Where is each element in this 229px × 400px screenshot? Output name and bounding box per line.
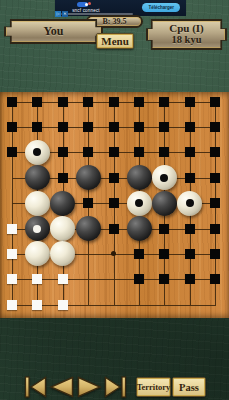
player-plaque-cpu: Cpu (I) 18 kyu bbox=[146, 19, 227, 50]
dead-white-stone[interactable] bbox=[152, 165, 177, 190]
black-territory-marker bbox=[134, 147, 144, 157]
white-territory-marker bbox=[32, 274, 42, 284]
black-territory-marker bbox=[185, 249, 195, 259]
dead-stone-marker-dot bbox=[135, 199, 143, 207]
black-territory-marker bbox=[210, 173, 220, 183]
dead-white-stone[interactable] bbox=[25, 140, 50, 165]
black-territory-marker bbox=[210, 97, 220, 107]
black-territory-marker bbox=[109, 147, 119, 157]
white-stone[interactable] bbox=[50, 241, 75, 266]
nav-last-button[interactable] bbox=[104, 376, 127, 400]
dead-stone-marker-dot bbox=[186, 199, 194, 207]
black-territory-marker bbox=[185, 173, 195, 183]
dead-stone-marker-dot bbox=[160, 174, 168, 182]
player-cpu-rank: 18 kyu bbox=[146, 34, 227, 45]
black-territory-marker bbox=[185, 224, 195, 234]
black-territory-marker bbox=[83, 97, 93, 107]
black-territory-marker bbox=[32, 122, 42, 132]
white-territory-marker bbox=[32, 300, 42, 310]
black-territory-marker bbox=[185, 122, 195, 132]
black-territory-marker bbox=[185, 97, 195, 107]
pass-button[interactable]: Pass bbox=[172, 377, 206, 397]
menu-button[interactable]: Menu bbox=[96, 33, 134, 49]
white-stone[interactable] bbox=[25, 241, 50, 266]
hoshi-point bbox=[111, 251, 116, 256]
go-board[interactable] bbox=[0, 92, 229, 318]
app-screen: sncf connect Télécharger ▷ ✕ B: 39.5 You… bbox=[0, 0, 229, 400]
dead-stone-marker-dot bbox=[33, 148, 41, 156]
black-territory-marker bbox=[83, 198, 93, 208]
black-territory-marker bbox=[58, 122, 68, 132]
ad-logo-dot-red bbox=[88, 2, 91, 5]
black-territory-marker bbox=[159, 224, 169, 234]
black-territory-marker bbox=[32, 97, 42, 107]
black-territory-marker bbox=[58, 147, 68, 157]
move-nav bbox=[24, 376, 127, 400]
black-stone[interactable] bbox=[152, 191, 177, 216]
white-stone[interactable] bbox=[50, 216, 75, 241]
black-territory-marker bbox=[210, 198, 220, 208]
player-cpu-label: Cpu (I) bbox=[146, 22, 227, 34]
black-territory-marker bbox=[83, 122, 93, 132]
white-territory-marker bbox=[7, 274, 17, 284]
territory-button[interactable]: Territory bbox=[136, 377, 171, 397]
white-territory-marker bbox=[7, 249, 17, 259]
black-territory-marker bbox=[7, 147, 17, 157]
next-move-icon bbox=[76, 376, 103, 398]
dead-stone-marker-dot bbox=[33, 225, 41, 233]
black-stone[interactable] bbox=[50, 191, 75, 216]
first-move-icon bbox=[24, 376, 47, 398]
white-territory-marker bbox=[58, 300, 68, 310]
black-territory-marker bbox=[7, 97, 17, 107]
black-territory-marker bbox=[210, 122, 220, 132]
black-territory-marker bbox=[109, 97, 119, 107]
black-stone[interactable] bbox=[127, 165, 152, 190]
white-territory-marker bbox=[7, 300, 17, 310]
black-territory-marker bbox=[159, 249, 169, 259]
dead-black-stone[interactable] bbox=[25, 216, 50, 241]
black-territory-marker bbox=[134, 249, 144, 259]
player-plaque-you: You bbox=[4, 19, 103, 44]
black-stone[interactable] bbox=[127, 216, 152, 241]
player-you-label: You bbox=[4, 24, 103, 39]
black-territory-marker bbox=[134, 274, 144, 284]
black-territory-marker bbox=[109, 198, 119, 208]
black-territory-marker bbox=[185, 274, 195, 284]
black-territory-marker bbox=[159, 274, 169, 284]
white-stone[interactable] bbox=[25, 191, 50, 216]
ad-banner[interactable]: sncf connect Télécharger bbox=[55, 0, 186, 16]
ad-download-button[interactable]: Télécharger bbox=[142, 3, 180, 12]
black-territory-marker bbox=[58, 97, 68, 107]
black-territory-marker bbox=[58, 173, 68, 183]
black-stone[interactable] bbox=[25, 165, 50, 190]
white-territory-marker bbox=[58, 274, 68, 284]
black-territory-marker bbox=[210, 224, 220, 234]
nav-first-button[interactable] bbox=[24, 376, 47, 400]
black-territory-marker bbox=[185, 147, 195, 157]
black-territory-marker bbox=[210, 147, 220, 157]
black-territory-marker bbox=[210, 274, 220, 284]
black-territory-marker bbox=[134, 122, 144, 132]
nav-previous-button[interactable] bbox=[48, 376, 75, 400]
black-territory-marker bbox=[7, 122, 17, 132]
nav-next-button[interactable] bbox=[76, 376, 103, 400]
black-stone[interactable] bbox=[76, 165, 101, 190]
ad-close-icon[interactable]: ✕ bbox=[62, 11, 68, 17]
black-territory-marker bbox=[159, 97, 169, 107]
black-stone[interactable] bbox=[76, 216, 101, 241]
black-territory-marker bbox=[159, 122, 169, 132]
black-territory-marker bbox=[109, 224, 119, 234]
black-territory-marker bbox=[109, 122, 119, 132]
black-territory-marker bbox=[109, 173, 119, 183]
previous-move-icon bbox=[48, 376, 75, 398]
white-territory-marker bbox=[7, 224, 17, 234]
black-territory-marker bbox=[83, 147, 93, 157]
black-territory-marker bbox=[159, 147, 169, 157]
black-territory-marker bbox=[210, 249, 220, 259]
dead-white-stone[interactable] bbox=[177, 191, 202, 216]
dead-white-stone[interactable] bbox=[127, 191, 152, 216]
black-territory-marker bbox=[134, 97, 144, 107]
last-move-icon bbox=[104, 376, 127, 398]
grid-line-horizontal bbox=[12, 305, 216, 306]
adchoices-icon[interactable]: ▷ bbox=[55, 11, 61, 17]
